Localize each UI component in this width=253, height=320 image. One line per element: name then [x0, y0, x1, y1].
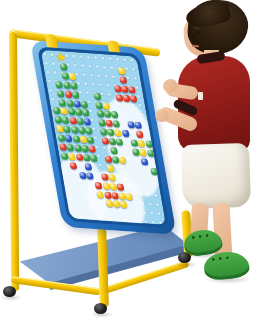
easel-front-right-leg — [181, 209, 193, 258]
boy-neck — [204, 50, 219, 62]
peg — [66, 144, 74, 152]
peg — [71, 91, 79, 99]
peg — [63, 126, 71, 134]
boy-forearm-upper — [165, 83, 199, 101]
easel-rear-left-leg — [9, 31, 19, 291]
boy-mouth — [192, 45, 199, 48]
boy-forearm-lower — [157, 105, 199, 133]
boy-hand-lower — [155, 109, 169, 122]
boy-eyebrow — [193, 26, 201, 29]
peg — [83, 118, 91, 126]
peg — [88, 145, 96, 153]
peg — [68, 73, 76, 81]
boy-eye — [196, 32, 201, 35]
caster-wheel — [178, 252, 191, 263]
boy-hair-fringe — [184, 0, 232, 31]
peg — [93, 92, 101, 100]
peg — [90, 154, 98, 162]
peg — [57, 90, 65, 98]
peg — [80, 100, 88, 108]
star-peg: ★ — [54, 51, 68, 64]
peg — [119, 76, 127, 84]
playfield: ★ — [41, 50, 166, 225]
shoe-shadow — [204, 275, 252, 284]
pegboard-easel-board: ★ — [30, 40, 177, 235]
product-photo: ★ — [0, 0, 253, 320]
croc-vents — [191, 233, 209, 239]
boy-hair — [186, 0, 250, 56]
peg — [59, 63, 67, 71]
easel-front-center-leg — [97, 224, 109, 308]
peg — [85, 127, 93, 135]
croc-vents — [211, 256, 229, 262]
peg — [82, 109, 90, 117]
boy-hand-upper — [163, 79, 178, 93]
peg — [55, 81, 63, 89]
peg — [130, 95, 138, 103]
boy-collar — [196, 51, 225, 64]
boy-face — [182, 13, 224, 58]
peg — [70, 82, 78, 90]
boy-leg-front — [190, 203, 209, 242]
croc-shoe-right — [203, 250, 251, 282]
boy-shirt-print — [198, 92, 203, 100]
peg — [60, 108, 68, 116]
peg — [128, 86, 136, 94]
caster-wheel — [94, 303, 107, 314]
caster-wheel — [3, 286, 16, 297]
peg — [65, 135, 73, 143]
boy-sleeve-cuff — [172, 98, 198, 116]
boy-leg-back — [212, 203, 232, 262]
peg — [62, 117, 70, 125]
peg — [87, 136, 95, 144]
boy-shorts — [181, 143, 251, 209]
peg — [118, 67, 126, 75]
boy-tshirt — [178, 56, 250, 152]
peg — [58, 99, 66, 107]
